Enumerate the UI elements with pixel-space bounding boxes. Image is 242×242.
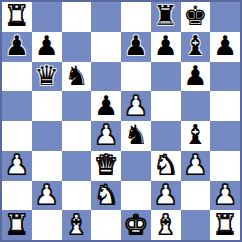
chess-board: ♜♜♚♟♟♟♟♝♟♛♞♟♟♟♟♞♝♟♛♞♟♟♞♟♟♜♝♚♝♜ bbox=[0, 0, 242, 242]
square-a1[interactable]: ♜ bbox=[2, 210, 32, 240]
square-h2[interactable]: ♟ bbox=[210, 181, 240, 211]
square-f1[interactable]: ♝ bbox=[151, 210, 181, 240]
square-g5[interactable] bbox=[181, 91, 211, 121]
black-knight[interactable]: ♞ bbox=[64, 62, 88, 89]
white-knight[interactable]: ♞ bbox=[94, 181, 118, 208]
square-d5[interactable]: ♟ bbox=[91, 91, 121, 121]
square-h8[interactable] bbox=[210, 2, 240, 32]
board-wrap: ♜♜♚♟♟♟♟♝♟♛♞♟♟♟♟♞♝♟♛♞♟♟♞♟♟♜♝♚♝♜ bbox=[0, 0, 242, 242]
square-c5[interactable] bbox=[62, 91, 92, 121]
square-d3[interactable]: ♛ bbox=[91, 151, 121, 181]
square-f8[interactable]: ♜ bbox=[151, 2, 181, 32]
square-c7[interactable] bbox=[62, 32, 92, 62]
square-c4[interactable] bbox=[62, 121, 92, 151]
white-rook[interactable]: ♜ bbox=[5, 211, 29, 238]
black-pawn[interactable]: ♟ bbox=[5, 32, 29, 59]
white-pawn[interactable]: ♟ bbox=[124, 92, 148, 119]
black-pawn[interactable]: ♟ bbox=[183, 62, 207, 89]
square-c3[interactable] bbox=[62, 151, 92, 181]
black-pawn[interactable]: ♟ bbox=[35, 32, 59, 59]
square-f7[interactable]: ♟ bbox=[151, 32, 181, 62]
black-bishop[interactable]: ♝ bbox=[183, 121, 207, 148]
white-pawn[interactable]: ♟ bbox=[5, 151, 29, 178]
square-g2[interactable] bbox=[181, 181, 211, 211]
white-rook[interactable]: ♜ bbox=[213, 211, 237, 238]
square-b5[interactable] bbox=[32, 91, 62, 121]
square-b4[interactable] bbox=[32, 121, 62, 151]
square-f5[interactable] bbox=[151, 91, 181, 121]
square-g7[interactable]: ♝ bbox=[181, 32, 211, 62]
black-pawn[interactable]: ♟ bbox=[154, 32, 178, 59]
square-d8[interactable] bbox=[91, 2, 121, 32]
square-g1[interactable] bbox=[181, 210, 211, 240]
square-a5[interactable] bbox=[2, 91, 32, 121]
square-h7[interactable]: ♟ bbox=[210, 32, 240, 62]
square-d2[interactable]: ♞ bbox=[91, 181, 121, 211]
square-f6[interactable] bbox=[151, 62, 181, 92]
square-e8[interactable] bbox=[121, 2, 151, 32]
square-e1[interactable]: ♚ bbox=[121, 210, 151, 240]
square-c8[interactable] bbox=[62, 2, 92, 32]
square-g4[interactable]: ♝ bbox=[181, 121, 211, 151]
black-knight[interactable]: ♞ bbox=[124, 121, 148, 148]
black-rook[interactable]: ♜ bbox=[154, 2, 178, 29]
white-pawn[interactable]: ♟ bbox=[35, 181, 59, 208]
black-pawn[interactable]: ♟ bbox=[213, 32, 237, 59]
square-a6[interactable] bbox=[2, 62, 32, 92]
black-king[interactable]: ♚ bbox=[183, 2, 207, 29]
square-d7[interactable] bbox=[91, 32, 121, 62]
white-pawn[interactable]: ♟ bbox=[94, 121, 118, 148]
square-e6[interactable] bbox=[121, 62, 151, 92]
square-h4[interactable] bbox=[210, 121, 240, 151]
white-rook[interactable]: ♜ bbox=[5, 2, 29, 29]
white-pawn[interactable]: ♟ bbox=[213, 181, 237, 208]
square-e5[interactable]: ♟ bbox=[121, 91, 151, 121]
square-b1[interactable] bbox=[32, 210, 62, 240]
square-g6[interactable]: ♟ bbox=[181, 62, 211, 92]
white-bishop[interactable]: ♝ bbox=[154, 211, 178, 238]
white-pawn[interactable]: ♟ bbox=[183, 151, 207, 178]
square-d4[interactable]: ♟ bbox=[91, 121, 121, 151]
square-e7[interactable]: ♟ bbox=[121, 32, 151, 62]
white-pawn[interactable]: ♟ bbox=[154, 181, 178, 208]
square-c2[interactable] bbox=[62, 181, 92, 211]
square-b2[interactable]: ♟ bbox=[32, 181, 62, 211]
square-b3[interactable] bbox=[32, 151, 62, 181]
square-d6[interactable] bbox=[91, 62, 121, 92]
white-bishop[interactable]: ♝ bbox=[64, 211, 88, 238]
square-a4[interactable] bbox=[2, 121, 32, 151]
white-queen[interactable]: ♛ bbox=[94, 151, 118, 178]
square-c6[interactable]: ♞ bbox=[62, 62, 92, 92]
square-b8[interactable] bbox=[32, 2, 62, 32]
white-knight[interactable]: ♞ bbox=[154, 151, 178, 178]
square-e4[interactable]: ♞ bbox=[121, 121, 151, 151]
square-h3[interactable] bbox=[210, 151, 240, 181]
square-f3[interactable]: ♞ bbox=[151, 151, 181, 181]
white-king[interactable]: ♚ bbox=[124, 211, 148, 238]
square-a8[interactable]: ♜ bbox=[2, 2, 32, 32]
square-b7[interactable]: ♟ bbox=[32, 32, 62, 62]
black-pawn[interactable]: ♟ bbox=[124, 32, 148, 59]
square-g8[interactable]: ♚ bbox=[181, 2, 211, 32]
square-h1[interactable]: ♜ bbox=[210, 210, 240, 240]
black-bishop[interactable]: ♝ bbox=[183, 32, 207, 59]
square-a7[interactable]: ♟ bbox=[2, 32, 32, 62]
square-c1[interactable]: ♝ bbox=[62, 210, 92, 240]
square-a3[interactable]: ♟ bbox=[2, 151, 32, 181]
square-g3[interactable]: ♟ bbox=[181, 151, 211, 181]
square-a2[interactable] bbox=[2, 181, 32, 211]
square-f4[interactable] bbox=[151, 121, 181, 151]
square-h6[interactable] bbox=[210, 62, 240, 92]
square-d1[interactable] bbox=[91, 210, 121, 240]
square-e2[interactable] bbox=[121, 181, 151, 211]
square-e3[interactable] bbox=[121, 151, 151, 181]
square-h5[interactable] bbox=[210, 91, 240, 121]
square-b6[interactable]: ♛ bbox=[32, 62, 62, 92]
black-pawn[interactable]: ♟ bbox=[94, 92, 118, 119]
black-queen[interactable]: ♛ bbox=[35, 62, 59, 89]
square-f2[interactable]: ♟ bbox=[151, 181, 181, 211]
